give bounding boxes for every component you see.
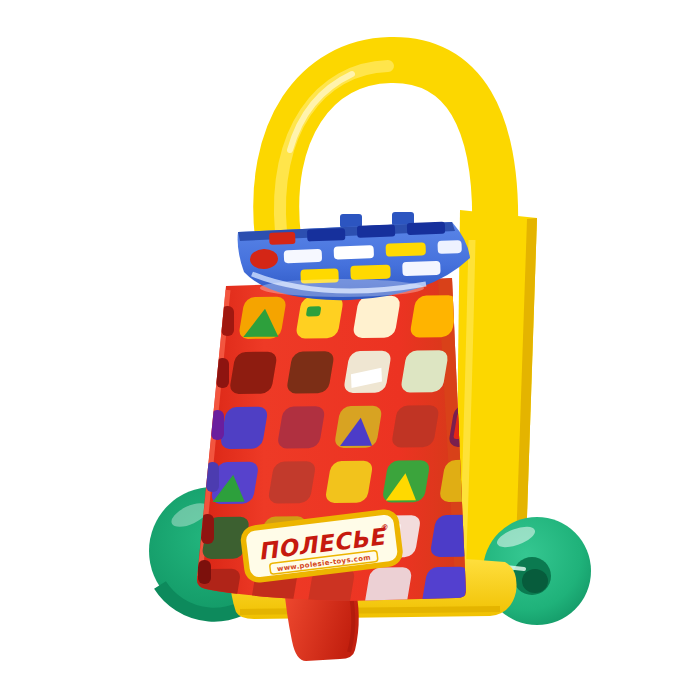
basket-hole bbox=[220, 407, 269, 449]
lid-slot bbox=[357, 224, 395, 237]
lid-slot bbox=[284, 249, 322, 263]
side-hole bbox=[221, 306, 234, 336]
basket-hole bbox=[324, 461, 373, 503]
base-bar-shade bbox=[240, 609, 500, 612]
basket-hole bbox=[409, 295, 458, 337]
lid-sheen bbox=[260, 279, 424, 297]
lid-tab bbox=[340, 214, 362, 228]
basket-hole bbox=[267, 461, 316, 503]
lid-slot bbox=[307, 228, 345, 241]
side-hole bbox=[211, 410, 224, 440]
lid-slot bbox=[334, 245, 374, 259]
basket-hole bbox=[286, 351, 335, 393]
side-hole bbox=[198, 560, 211, 584]
basket-hole bbox=[400, 350, 449, 392]
lid-slot bbox=[350, 265, 390, 280]
side-hole bbox=[206, 462, 219, 492]
lid-slot bbox=[269, 232, 295, 245]
toy-trolley-illustration: ПОЛЕСЬЕ ® www.polesie-toys.com bbox=[0, 0, 700, 700]
basket-hole bbox=[277, 406, 326, 448]
basket-hole bbox=[391, 405, 440, 447]
basket-hole bbox=[295, 296, 344, 338]
lid-slot bbox=[407, 222, 445, 235]
right-wheel-hub-shadow bbox=[522, 569, 548, 593]
side-hole bbox=[201, 514, 214, 544]
toy-product-photo: ПОЛЕСЬЕ ® www.polesie-toys.com bbox=[0, 0, 700, 700]
basket-hole bbox=[352, 296, 401, 338]
lid-slot bbox=[437, 240, 461, 254]
block-fragment bbox=[306, 306, 322, 316]
registered-mark: ® bbox=[379, 523, 388, 533]
side-hole bbox=[216, 358, 229, 388]
basket-hole bbox=[229, 352, 278, 394]
lid-slot bbox=[386, 242, 426, 256]
lid-slot bbox=[402, 261, 440, 276]
